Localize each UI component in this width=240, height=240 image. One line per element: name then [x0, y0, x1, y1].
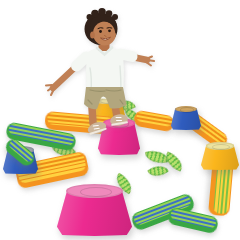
- stepping-dome-pink-large: [57, 184, 132, 236]
- dome-top-ring: [180, 107, 194, 113]
- child-head: [85, 8, 119, 46]
- stepping-dome-blue-right: [171, 106, 201, 130]
- product-photo-stage: [0, 0, 240, 240]
- leaf-pad: [147, 161, 169, 181]
- dome-top-ring: [212, 144, 229, 150]
- child-right-shoe: [109, 113, 129, 127]
- stepping-dome-yellow-right: [201, 142, 239, 170]
- dome-top-ring: [80, 187, 112, 197]
- child-ear: [90, 31, 95, 38]
- child-balancing: [40, 8, 156, 144]
